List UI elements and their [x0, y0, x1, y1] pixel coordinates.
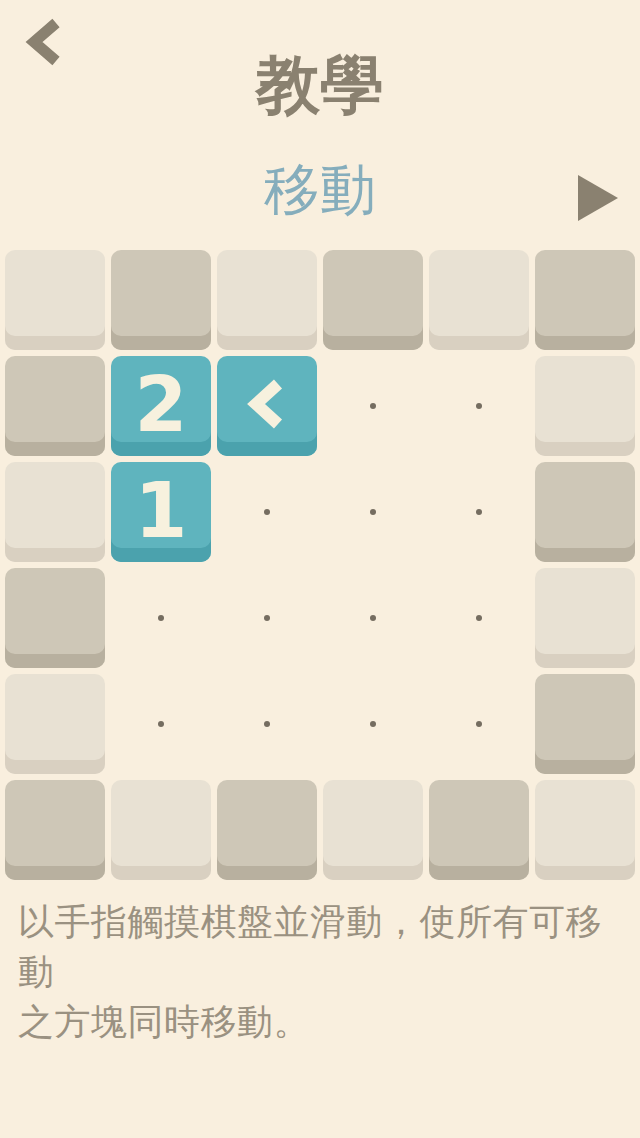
- empty-cell: [429, 462, 529, 562]
- wall-tile: [111, 250, 211, 350]
- tutorial-screen: 教學 移動 21 以手指觸摸棋盤並滑動，使所有可移動 之方塊同時移動。: [0, 0, 640, 1138]
- next-lesson-button[interactable]: [570, 168, 626, 228]
- empty-cell: [217, 674, 317, 774]
- wall-tile: [535, 250, 635, 350]
- tile-2[interactable]: 2: [111, 356, 211, 456]
- cell-dot: [370, 403, 376, 409]
- empty-cell: [323, 674, 423, 774]
- empty-cell: [429, 674, 529, 774]
- cell-dot: [264, 721, 270, 727]
- wall-tile: [217, 780, 317, 880]
- cell-dot: [476, 509, 482, 515]
- lesson-title: 移動: [0, 160, 640, 220]
- page-title: 教學: [0, 52, 640, 118]
- tile-left-chevron[interactable]: [217, 356, 317, 456]
- wall-tile: [5, 674, 105, 774]
- instructions-line-1: 以手指觸摸棋盤並滑動，使所有可移動: [18, 897, 622, 997]
- empty-cell: [217, 568, 317, 668]
- empty-cell: [323, 462, 423, 562]
- cell-dot: [370, 721, 376, 727]
- tile-number: 1: [135, 466, 188, 555]
- cell-dot: [370, 509, 376, 515]
- wall-tile: [5, 356, 105, 456]
- empty-cell: [429, 568, 529, 668]
- cell-dot: [158, 721, 164, 727]
- cell-dot: [370, 615, 376, 621]
- empty-cell: [323, 568, 423, 668]
- empty-cell: [217, 462, 317, 562]
- cell-dot: [158, 615, 164, 621]
- wall-tile: [535, 568, 635, 668]
- left-chevron-icon: [241, 378, 293, 430]
- instructions-line-2: 之方塊同時移動。: [18, 997, 622, 1047]
- wall-tile: [429, 250, 529, 350]
- cell-dot: [476, 403, 482, 409]
- wall-tile: [5, 568, 105, 668]
- wall-tile: [217, 250, 317, 350]
- wall-tile: [111, 780, 211, 880]
- tile-1[interactable]: 1: [111, 462, 211, 562]
- wall-tile: [429, 780, 529, 880]
- wall-tile: [535, 674, 635, 774]
- empty-cell: [111, 568, 211, 668]
- play-icon: [578, 175, 618, 221]
- cell-dot: [264, 509, 270, 515]
- wall-tile: [5, 250, 105, 350]
- wall-tile: [5, 780, 105, 880]
- wall-tile: [323, 780, 423, 880]
- cell-dot: [264, 615, 270, 621]
- board[interactable]: 21: [0, 250, 635, 880]
- wall-tile: [535, 462, 635, 562]
- wall-tile: [535, 780, 635, 880]
- instructions-text: 以手指觸摸棋盤並滑動，使所有可移動 之方塊同時移動。: [18, 897, 622, 1047]
- empty-cell: [429, 356, 529, 456]
- cell-dot: [476, 615, 482, 621]
- empty-cell: [111, 674, 211, 774]
- wall-tile: [535, 356, 635, 456]
- cell-dot: [476, 721, 482, 727]
- wall-tile: [323, 250, 423, 350]
- wall-tile: [5, 462, 105, 562]
- tile-number: 2: [135, 360, 188, 449]
- empty-cell: [323, 356, 423, 456]
